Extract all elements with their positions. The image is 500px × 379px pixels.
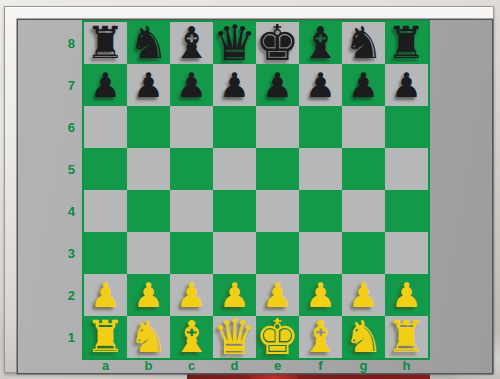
- file-label-e: e: [256, 358, 299, 373]
- square-a4[interactable]: [84, 190, 127, 232]
- piece-black-pawn-h7: ♟: [391, 68, 421, 102]
- piece-yellow-pawn-b2: ♟: [133, 278, 163, 312]
- piece-black-pawn-f7: ♟: [305, 68, 335, 102]
- square-f1[interactable]: ♝: [299, 316, 342, 358]
- square-f4[interactable]: [299, 190, 342, 232]
- square-c3[interactable]: [170, 232, 213, 274]
- file-label-c: c: [170, 358, 213, 373]
- square-h7[interactable]: ♟: [385, 64, 428, 106]
- square-b3[interactable]: [127, 232, 170, 274]
- square-a8[interactable]: ♜: [84, 22, 127, 64]
- rank-label-4: 4: [57, 190, 79, 232]
- square-a7[interactable]: ♟: [84, 64, 127, 106]
- piece-yellow-knight-b1: ♞: [129, 315, 168, 359]
- piece-yellow-pawn-e2: ♟: [262, 278, 292, 312]
- square-c1[interactable]: ♝: [170, 316, 213, 358]
- chess-board-grid: ♜♞♝♛♚♝♞♜♟♟♟♟♟♟♟♟♟♟♟♟♟♟♟♟♜♞♝♛♚♝♞♜: [84, 22, 428, 358]
- square-a6[interactable]: [84, 106, 127, 148]
- square-h1[interactable]: ♜: [385, 316, 428, 358]
- square-g4[interactable]: [342, 190, 385, 232]
- piece-yellow-pawn-d2: ♟: [219, 278, 249, 312]
- rank-label-5: 5: [57, 148, 79, 190]
- square-e4[interactable]: [256, 190, 299, 232]
- file-label-b: b: [127, 358, 170, 373]
- piece-yellow-pawn-f2: ♟: [305, 278, 335, 312]
- file-label-d: d: [213, 358, 256, 373]
- square-d5[interactable]: [213, 148, 256, 190]
- rank-label-1: 1: [57, 316, 79, 358]
- square-e6[interactable]: [256, 106, 299, 148]
- board-border-line: ♜♞♝♛♚♝♞♜♟♟♟♟♟♟♟♟♟♟♟♟♟♟♟♟♜♞♝♛♚♝♞♜: [82, 20, 430, 360]
- piece-black-pawn-d7: ♟: [219, 68, 249, 102]
- file-label-h: h: [385, 358, 428, 373]
- piece-black-bishop-f8: ♝: [301, 21, 340, 65]
- square-b7[interactable]: ♟: [127, 64, 170, 106]
- rank-labels: 87654321: [57, 22, 79, 358]
- piece-black-rook-h8: ♜: [387, 21, 426, 65]
- square-g1[interactable]: ♞: [342, 316, 385, 358]
- square-g8[interactable]: ♞: [342, 22, 385, 64]
- square-e3[interactable]: [256, 232, 299, 274]
- square-b2[interactable]: ♟: [127, 274, 170, 316]
- square-d8[interactable]: ♛: [213, 22, 256, 64]
- square-g2[interactable]: ♟: [342, 274, 385, 316]
- piece-yellow-knight-g1: ♞: [344, 315, 383, 359]
- piece-black-pawn-e7: ♟: [262, 68, 292, 102]
- square-e1[interactable]: ♚: [256, 316, 299, 358]
- piece-yellow-king-e1: ♚: [256, 313, 300, 362]
- piece-black-knight-g8: ♞: [344, 21, 383, 65]
- square-d4[interactable]: [213, 190, 256, 232]
- file-labels: abcdefgh: [84, 358, 428, 373]
- rank-label-3: 3: [57, 232, 79, 274]
- square-e8[interactable]: ♚: [256, 22, 299, 64]
- demo-chess-board-photo: 87654321 ♜♞♝♛♚♝♞♜♟♟♟♟♟♟♟♟♟♟♟♟♟♟♟♟♜♞♝♛♚♝♞…: [0, 0, 500, 379]
- square-g5[interactable]: [342, 148, 385, 190]
- square-f5[interactable]: [299, 148, 342, 190]
- square-h6[interactable]: [385, 106, 428, 148]
- square-d6[interactable]: [213, 106, 256, 148]
- square-g6[interactable]: [342, 106, 385, 148]
- square-f8[interactable]: ♝: [299, 22, 342, 64]
- square-b1[interactable]: ♞: [127, 316, 170, 358]
- square-a3[interactable]: [84, 232, 127, 274]
- square-g7[interactable]: ♟: [342, 64, 385, 106]
- square-h8[interactable]: ♜: [385, 22, 428, 64]
- piece-yellow-pawn-g2: ♟: [348, 278, 378, 312]
- piece-yellow-pawn-c2: ♟: [176, 278, 206, 312]
- rank-label-2: 2: [57, 274, 79, 316]
- square-b6[interactable]: [127, 106, 170, 148]
- piece-yellow-rook-a1: ♜: [86, 315, 125, 359]
- piece-yellow-queen-d1: ♛: [213, 313, 257, 362]
- square-a2[interactable]: ♟: [84, 274, 127, 316]
- square-h4[interactable]: [385, 190, 428, 232]
- piece-black-king-e8: ♚: [256, 19, 300, 68]
- square-a1[interactable]: ♜: [84, 316, 127, 358]
- board-frame: 87654321 ♜♞♝♛♚♝♞♜♟♟♟♟♟♟♟♟♟♟♟♟♟♟♟♟♜♞♝♛♚♝♞…: [4, 6, 494, 373]
- square-f6[interactable]: [299, 106, 342, 148]
- rank-label-7: 7: [57, 64, 79, 106]
- square-f7[interactable]: ♟: [299, 64, 342, 106]
- piece-black-pawn-b7: ♟: [133, 68, 163, 102]
- square-c8[interactable]: ♝: [170, 22, 213, 64]
- square-b4[interactable]: [127, 190, 170, 232]
- piece-black-pawn-g7: ♟: [348, 68, 378, 102]
- square-c7[interactable]: ♟: [170, 64, 213, 106]
- piece-black-queen-d8: ♛: [213, 19, 257, 68]
- square-f3[interactable]: [299, 232, 342, 274]
- square-c4[interactable]: [170, 190, 213, 232]
- piece-yellow-pawn-a2: ♟: [90, 278, 120, 312]
- square-a5[interactable]: [84, 148, 127, 190]
- square-b5[interactable]: [127, 148, 170, 190]
- square-h5[interactable]: [385, 148, 428, 190]
- square-d1[interactable]: ♛: [213, 316, 256, 358]
- square-c2[interactable]: ♟: [170, 274, 213, 316]
- piece-black-rook-a8: ♜: [86, 21, 125, 65]
- square-e7[interactable]: ♟: [256, 64, 299, 106]
- piece-yellow-rook-h1: ♜: [387, 315, 426, 359]
- file-label-f: f: [299, 358, 342, 373]
- square-f2[interactable]: ♟: [299, 274, 342, 316]
- square-c5[interactable]: [170, 148, 213, 190]
- square-d7[interactable]: ♟: [213, 64, 256, 106]
- square-h2[interactable]: ♟: [385, 274, 428, 316]
- piece-yellow-bishop-c1: ♝: [172, 315, 211, 359]
- square-c6[interactable]: [170, 106, 213, 148]
- piece-yellow-bishop-f1: ♝: [301, 315, 340, 359]
- piece-yellow-pawn-h2: ♟: [391, 278, 421, 312]
- rank-label-6: 6: [57, 106, 79, 148]
- piece-black-knight-b8: ♞: [129, 21, 168, 65]
- square-b8[interactable]: ♞: [127, 22, 170, 64]
- piece-black-pawn-a7: ♟: [90, 68, 120, 102]
- square-e5[interactable]: [256, 148, 299, 190]
- file-label-a: a: [84, 358, 127, 373]
- square-g3[interactable]: [342, 232, 385, 274]
- square-h3[interactable]: [385, 232, 428, 274]
- file-label-g: g: [342, 358, 385, 373]
- piece-black-bishop-c8: ♝: [172, 21, 211, 65]
- square-d3[interactable]: [213, 232, 256, 274]
- rank-label-8: 8: [57, 22, 79, 64]
- piece-black-pawn-c7: ♟: [176, 68, 206, 102]
